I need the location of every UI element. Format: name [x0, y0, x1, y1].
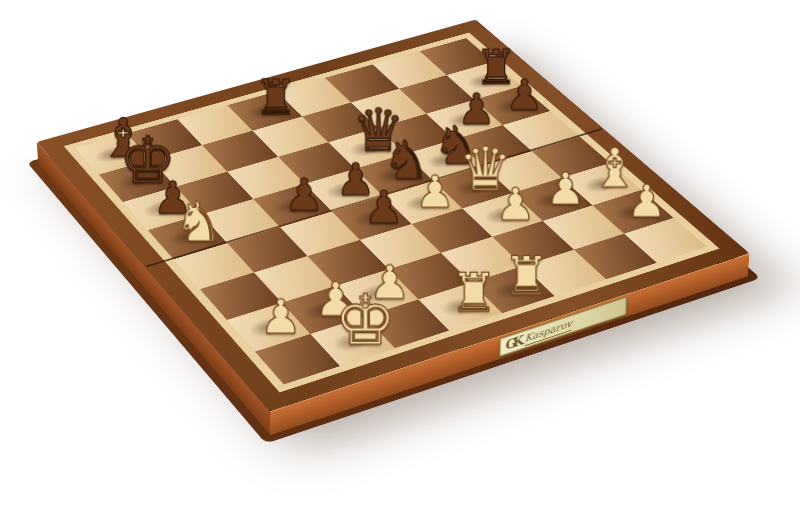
black-pawn-icon: ♟: [506, 74, 544, 116]
piece-white-rook-d1[interactable]: ♜: [418, 283, 502, 331]
white-rook-icon: ♜: [503, 250, 550, 303]
piece-black-rook-d8[interactable]: ♜: [227, 91, 302, 130]
white-pawn-icon: ♟: [415, 170, 455, 214]
white-knight-icon: ♞: [174, 195, 223, 249]
scene: GK Kasparov ♝♜♚♜♟♛♟♟♟♟♞♞♟♞♟♛♟♟♝♟♟♟♟♚♜♜: [0, 0, 800, 511]
white-king-icon: ♚: [334, 286, 396, 355]
white-pawn-icon: ♟: [260, 293, 302, 340]
piece-white-pawn-a2[interactable]: ♟: [227, 303, 310, 352]
pieces-layer: ♝♜♚♜♟♛♟♟♟♟♞♞♟♞♟♛♟♟♝♟♟♟♟♚♜♜: [37, 20, 750, 412]
white-pawn-icon: ♟: [546, 167, 586, 211]
black-pawn-icon: ♟: [364, 185, 404, 230]
white-pawn-icon: ♟: [495, 182, 535, 227]
gk-logo: GK: [505, 335, 520, 352]
chess-board: GK Kasparov ♝♜♚♜♟♛♟♟♟♟♞♞♟♞♟♛♟♟♝♟♟♟♟♚♜♜: [37, 20, 750, 412]
piece-black-pawn-c5[interactable]: ♟: [253, 184, 332, 227]
white-pawn-icon: ♟: [627, 179, 667, 224]
piece-black-pawn-d4[interactable]: ♟: [332, 196, 412, 240]
black-pawn-icon: ♟: [284, 173, 324, 217]
product-photo-stage: GK Kasparov ♝♜♚♜♟♛♟♟♟♟♞♞♟♞♟♛♟♟♝♟♟♟♟♚♜♜: [0, 0, 800, 511]
white-rook-icon: ♜: [450, 266, 498, 319]
black-rook-icon: ♜: [254, 74, 297, 122]
